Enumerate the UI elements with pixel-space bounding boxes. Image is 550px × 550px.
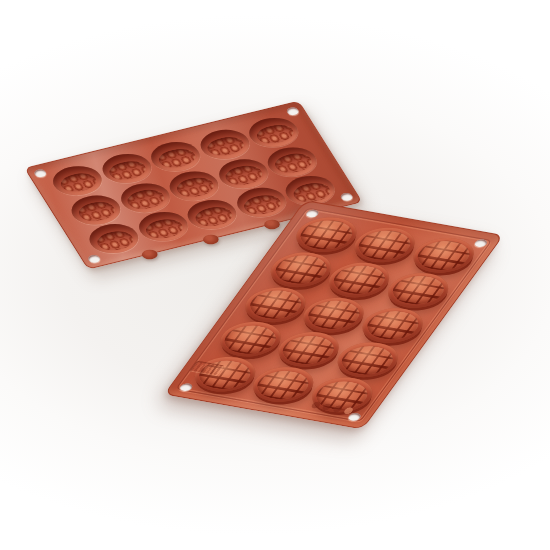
waffle-dome-pattern	[217, 322, 284, 358]
waffle-dome-pattern	[242, 287, 309, 323]
waffle-cavity-pattern	[154, 146, 199, 171]
waffle-dome-pattern	[326, 262, 393, 298]
waffle-dome	[404, 234, 483, 277]
corner-hole	[178, 383, 194, 392]
corner-hole	[33, 168, 48, 178]
waffle-dome-pattern	[333, 342, 400, 378]
waffle-dome-pattern	[267, 252, 334, 288]
waffle-cavity	[132, 208, 194, 246]
waffle-cavity	[194, 125, 256, 163]
waffle-cavity-pattern	[56, 170, 101, 195]
waffle-cavity-pattern	[93, 228, 138, 253]
waffle-dome	[353, 304, 432, 347]
waffle-cavity	[261, 142, 323, 180]
corner-hole	[285, 106, 300, 116]
product-photo: Terracotta silicone mini round-waffle ba…	[0, 0, 550, 550]
corner-hole	[473, 239, 489, 248]
waffle-cavity	[230, 184, 292, 222]
waffle-dome-pattern	[275, 332, 342, 368]
waffle-cavity	[46, 162, 108, 200]
waffle-cavity-pattern	[191, 204, 236, 229]
waffle-dome	[378, 269, 457, 312]
waffle-cavity-pattern	[123, 187, 168, 212]
waffle-cavity-pattern	[74, 199, 119, 224]
waffle-cavity-pattern	[142, 216, 187, 241]
waffle-cavity-pattern	[173, 175, 218, 200]
waffle-dome-pattern	[300, 297, 367, 333]
waffle-dome-pattern	[351, 227, 418, 263]
waffle-cavity-pattern	[240, 192, 285, 217]
waffle-dome-pattern	[250, 367, 317, 403]
waffle-dome-pattern	[384, 272, 451, 308]
waffle-cavity-pattern	[203, 134, 248, 159]
waffle-cavity	[83, 220, 145, 258]
waffle-cavity	[243, 113, 305, 151]
waffle-cavity-pattern	[222, 163, 267, 188]
waffle-cavity	[163, 167, 225, 205]
waffle-cavity	[144, 138, 206, 176]
waffle-cavity-pattern	[253, 122, 298, 147]
waffle-cavity	[181, 196, 243, 234]
corner-hole	[87, 254, 102, 264]
waffle-cavity-pattern	[105, 158, 150, 183]
waffle-dome-pattern	[359, 307, 426, 343]
waffle-cavity-pattern	[271, 151, 316, 176]
waffle-dome-pattern	[293, 217, 360, 253]
waffle-cavity	[95, 150, 157, 188]
waffle-dome-pattern	[410, 238, 477, 274]
corner-hole	[304, 209, 320, 218]
corner-hole	[339, 192, 354, 202]
